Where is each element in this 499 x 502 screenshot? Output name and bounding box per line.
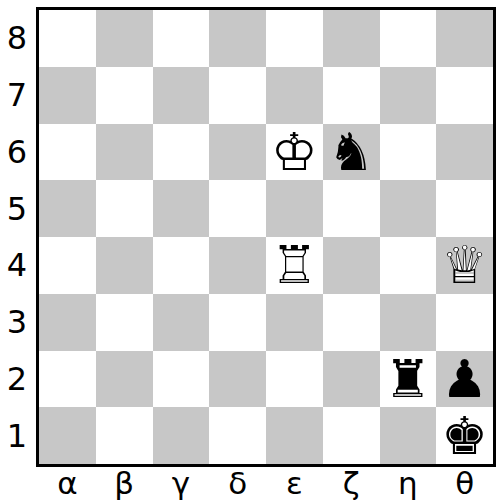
- piece-white-king[interactable]: ♚♔: [266, 124, 323, 181]
- square-η7[interactable]: [380, 67, 437, 124]
- square-ε6[interactable]: ♚♔: [266, 124, 323, 181]
- square-η6[interactable]: [380, 124, 437, 181]
- square-θ8[interactable]: [436, 10, 493, 67]
- square-θ3[interactable]: [436, 294, 493, 351]
- chess-board: ♚♔♞♜♖♛♕♜♟♚: [36, 7, 496, 467]
- rank-labels: 87654321: [0, 10, 34, 464]
- square-γ1[interactable]: [153, 407, 210, 464]
- square-ε3[interactable]: [266, 294, 323, 351]
- square-η1[interactable]: [380, 407, 437, 464]
- square-ζ6[interactable]: ♞: [323, 124, 380, 181]
- square-α7[interactable]: [39, 67, 96, 124]
- square-ζ5[interactable]: [323, 180, 380, 237]
- square-γ6[interactable]: [153, 124, 210, 181]
- file-label-η: η: [380, 464, 437, 502]
- square-δ2[interactable]: [209, 351, 266, 408]
- file-label-ε: ε: [266, 464, 323, 502]
- square-ε8[interactable]: [266, 10, 323, 67]
- rank-label-2: 2: [0, 351, 34, 408]
- rank-label-3: 3: [0, 294, 34, 351]
- square-ζ1[interactable]: [323, 407, 380, 464]
- square-δ7[interactable]: [209, 67, 266, 124]
- file-label-α: α: [39, 464, 96, 502]
- square-θ7[interactable]: [436, 67, 493, 124]
- square-δ8[interactable]: [209, 10, 266, 67]
- square-θ6[interactable]: [436, 124, 493, 181]
- square-γ5[interactable]: [153, 180, 210, 237]
- file-label-γ: γ: [153, 464, 210, 502]
- square-η3[interactable]: [380, 294, 437, 351]
- square-γ8[interactable]: [153, 10, 210, 67]
- square-ζ7[interactable]: [323, 67, 380, 124]
- square-ε7[interactable]: [266, 67, 323, 124]
- square-ε5[interactable]: [266, 180, 323, 237]
- square-ε1[interactable]: [266, 407, 323, 464]
- black-knight-glyph: ♞: [323, 124, 380, 181]
- square-α4[interactable]: [39, 237, 96, 294]
- piece-black-knight[interactable]: ♞: [323, 124, 380, 181]
- file-label-β: β: [96, 464, 153, 502]
- square-η8[interactable]: [380, 10, 437, 67]
- rank-label-5: 5: [0, 180, 34, 237]
- white-king-glyph: ♔: [266, 124, 323, 181]
- square-ε2[interactable]: [266, 351, 323, 408]
- square-α2[interactable]: [39, 351, 96, 408]
- chess-diagram: 87654321 ♚♔♞♜♖♛♕♜♟♚ αβγδεζηθ: [0, 0, 499, 502]
- square-α8[interactable]: [39, 10, 96, 67]
- square-δ3[interactable]: [209, 294, 266, 351]
- square-γ7[interactable]: [153, 67, 210, 124]
- square-θ1[interactable]: ♚: [436, 407, 493, 464]
- square-β6[interactable]: [96, 124, 153, 181]
- square-α6[interactable]: [39, 124, 96, 181]
- black-rook-glyph: ♜: [380, 351, 437, 408]
- square-ζ8[interactable]: [323, 10, 380, 67]
- piece-black-pawn[interactable]: ♟: [436, 351, 493, 408]
- square-θ4[interactable]: ♛♕: [436, 237, 493, 294]
- file-label-δ: δ: [209, 464, 266, 502]
- square-η4[interactable]: [380, 237, 437, 294]
- square-ζ2[interactable]: [323, 351, 380, 408]
- piece-black-king[interactable]: ♚: [436, 407, 493, 464]
- square-β7[interactable]: [96, 67, 153, 124]
- square-δ5[interactable]: [209, 180, 266, 237]
- square-ζ3[interactable]: [323, 294, 380, 351]
- square-δ4[interactable]: [209, 237, 266, 294]
- square-ζ4[interactable]: [323, 237, 380, 294]
- square-η5[interactable]: [380, 180, 437, 237]
- square-β1[interactable]: [96, 407, 153, 464]
- square-δ6[interactable]: [209, 124, 266, 181]
- square-η2[interactable]: ♜: [380, 351, 437, 408]
- white-queen-glyph: ♕: [436, 237, 493, 294]
- rank-label-6: 6: [0, 124, 34, 181]
- rank-label-1: 1: [0, 407, 34, 464]
- black-pawn-glyph: ♟: [436, 351, 493, 408]
- piece-white-queen[interactable]: ♛♕: [436, 237, 493, 294]
- square-γ3[interactable]: [153, 294, 210, 351]
- square-α3[interactable]: [39, 294, 96, 351]
- square-ε4[interactable]: ♜♖: [266, 237, 323, 294]
- piece-white-rook[interactable]: ♜♖: [266, 237, 323, 294]
- rank-label-4: 4: [0, 237, 34, 294]
- square-β3[interactable]: [96, 294, 153, 351]
- file-labels: αβγδεζηθ: [39, 464, 493, 502]
- file-label-θ: θ: [436, 464, 493, 502]
- square-β2[interactable]: [96, 351, 153, 408]
- file-label-ζ: ζ: [323, 464, 380, 502]
- piece-black-rook[interactable]: ♜: [380, 351, 437, 408]
- rank-label-8: 8: [0, 10, 34, 67]
- square-β4[interactable]: [96, 237, 153, 294]
- square-β5[interactable]: [96, 180, 153, 237]
- rank-label-7: 7: [0, 67, 34, 124]
- square-δ1[interactable]: [209, 407, 266, 464]
- square-α1[interactable]: [39, 407, 96, 464]
- square-θ5[interactable]: [436, 180, 493, 237]
- white-rook-glyph: ♖: [266, 237, 323, 294]
- square-θ2[interactable]: ♟: [436, 351, 493, 408]
- square-γ2[interactable]: [153, 351, 210, 408]
- square-α5[interactable]: [39, 180, 96, 237]
- square-β8[interactable]: [96, 10, 153, 67]
- square-γ4[interactable]: [153, 237, 210, 294]
- black-king-glyph: ♚: [436, 407, 493, 464]
